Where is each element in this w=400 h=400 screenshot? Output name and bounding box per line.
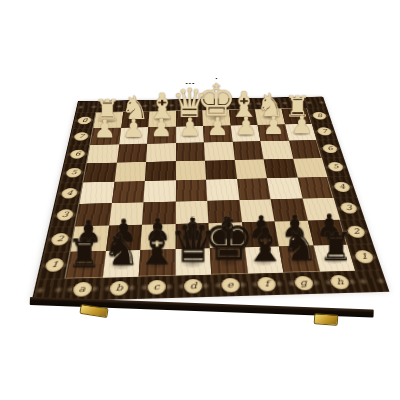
frame-left-5: 5 (60, 163, 87, 183)
square-h1[interactable]: ♜ (313, 244, 355, 272)
photo-background: 8♜♞♝♛•••♚+♝♞♜87♟♟♟♟♟♟♟♟7665544332♟♟♟♟♟♟♟… (0, 0, 400, 400)
square-h7[interactable]: ♟ (285, 124, 317, 141)
frame-right-6: 6 (317, 140, 344, 158)
white-pawn[interactable]: ♟ (263, 113, 285, 138)
square-f6[interactable] (232, 141, 263, 159)
black-knight[interactable]: ♞ (102, 229, 140, 272)
black-rook[interactable]: ♜ (67, 234, 102, 273)
square-c7[interactable]: ♟ (147, 126, 175, 143)
square-b1[interactable]: ♞ (102, 250, 140, 278)
square-g5[interactable] (264, 158, 298, 178)
rank-label-left-5: 5 (65, 168, 82, 178)
black-knight[interactable]: ♞ (281, 225, 319, 267)
square-e6[interactable] (204, 142, 234, 160)
white-pawn[interactable]: ♟ (235, 113, 257, 138)
rank-label-right-8: 8 (312, 112, 327, 120)
white-queen-dark-beads: ••• (184, 80, 194, 87)
frame-bottom-b: b (99, 277, 138, 300)
square-f4[interactable] (237, 178, 271, 200)
rank-label-right-5: 5 (327, 162, 345, 172)
black-rook[interactable]: ♜ (319, 227, 354, 266)
square-d7[interactable]: ♟ (176, 126, 204, 143)
frame-bottom-h: h (319, 271, 361, 294)
square-e4[interactable] (206, 179, 239, 201)
square-c6[interactable] (146, 143, 176, 162)
square-c4[interactable] (143, 180, 175, 202)
square-f5[interactable] (234, 159, 267, 179)
brass-clasp-right (314, 313, 339, 326)
rank-label-left-7: 7 (73, 132, 89, 141)
square-b7[interactable]: ♟ (119, 127, 149, 144)
white-pawn[interactable]: ♟ (122, 116, 144, 141)
frame-right-7: 7 (312, 123, 338, 140)
square-a7[interactable]: ♟ (90, 128, 121, 145)
square-a1[interactable]: ♜ (66, 251, 106, 279)
black-bishop[interactable]: ♝ (136, 224, 178, 271)
file-label-a: a (72, 282, 93, 297)
rank-label-right-4: 4 (333, 181, 351, 191)
frame-bottom-c: c (137, 276, 175, 299)
square-b5[interactable] (114, 162, 146, 182)
file-label-b: b (109, 281, 129, 296)
file-label-h: h (329, 275, 351, 290)
square-h6[interactable] (289, 140, 322, 158)
white-pawn[interactable]: ♟ (207, 114, 229, 139)
file-label-c: c (147, 280, 166, 295)
square-g7[interactable]: ♟ (258, 124, 289, 141)
white-pawn[interactable]: ♟ (94, 116, 116, 141)
frame-right-4: 4 (327, 176, 357, 197)
square-b6[interactable] (117, 144, 148, 163)
rank-label-right-6: 6 (322, 144, 339, 153)
frame-corner (355, 270, 389, 293)
chessboard: 8♜♞♝♛•••♚+♝♞♜87♟♟♟♟♟♟♟♟7665544332♟♟♟♟♟♟♟… (32, 97, 388, 301)
chessboard-scene: 8♜♞♝♛•••♚+♝♞♜87♟♟♟♟♟♟♟♟7665544332♟♟♟♟♟♟♟… (60, 34, 350, 324)
white-pawn[interactable]: ♟ (179, 114, 201, 139)
square-a6[interactable] (87, 144, 119, 163)
square-g4[interactable] (267, 178, 302, 199)
file-label-g: g (293, 276, 314, 291)
frame-left-4: 4 (55, 182, 83, 204)
square-d1[interactable]: ♛••• (175, 248, 211, 276)
rank-label-right-1: 1 (354, 250, 375, 264)
file-label-d: d (184, 279, 203, 294)
frame-bottom-d: d (175, 275, 213, 298)
rank-label-left-1: 1 (44, 258, 64, 272)
rank-label-left-3: 3 (56, 209, 74, 221)
black-queen-light-beads: ••• (186, 213, 199, 222)
rank-label-left-6: 6 (69, 149, 85, 158)
square-e5[interactable] (205, 160, 237, 180)
square-c1[interactable]: ♝ (139, 249, 176, 277)
square-c5[interactable] (145, 161, 176, 181)
rank-label-right-7: 7 (317, 127, 333, 135)
square-d6[interactable] (176, 142, 205, 161)
square-a4[interactable] (79, 182, 114, 204)
square-h4[interactable] (297, 177, 333, 198)
white-pawn[interactable]: ♟ (150, 115, 172, 140)
square-f7[interactable]: ♟ (230, 125, 260, 142)
white-king-cross-finial: + (212, 70, 221, 81)
file-label-f: f (257, 277, 277, 292)
frame-bottom-f: f (247, 273, 287, 296)
frame-bottom-g: g (283, 272, 324, 295)
frame-bottom-e: e (211, 274, 250, 297)
square-d4[interactable] (175, 180, 207, 202)
white-pawn[interactable]: ♟ (291, 112, 313, 137)
rank-label-left-4: 4 (61, 188, 79, 199)
file-label-e: e (221, 278, 240, 293)
square-a5[interactable] (83, 162, 116, 182)
frame-right-5: 5 (322, 157, 350, 177)
square-e7[interactable]: ♟ (203, 125, 232, 142)
rank-label-left-8: 8 (77, 116, 92, 124)
square-d5[interactable] (175, 160, 206, 180)
square-g6[interactable] (260, 141, 292, 159)
square-b4[interactable] (111, 181, 144, 203)
